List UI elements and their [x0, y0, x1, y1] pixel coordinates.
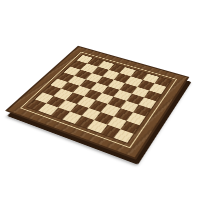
board-frame — [5, 46, 189, 160]
product-photo-background — [0, 0, 200, 200]
